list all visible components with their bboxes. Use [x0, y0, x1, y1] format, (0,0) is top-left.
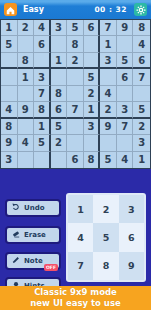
note-label: Note: [24, 257, 43, 265]
numpad-key-1[interactable]: 1: [68, 195, 93, 223]
sudoku-board: 1243567985681481235613567782449867123581…: [0, 19, 151, 169]
cell-r4c2[interactable]: 1: [18, 69, 35, 85]
cell-r4c4[interactable]: [51, 69, 68, 85]
cell-r2c5[interactable]: 8: [67, 36, 84, 52]
cell-r6c7[interactable]: 2: [100, 102, 117, 118]
gear-icon: [136, 0, 146, 19]
promo-banner[interactable]: Classic 9x9 mode new UI easy to use: [0, 286, 151, 310]
cell-r8c4[interactable]: 2: [51, 135, 68, 151]
cell-r3c1[interactable]: [1, 53, 18, 69]
cell-r1c2[interactable]: 2: [18, 20, 35, 36]
cell-r7c8[interactable]: 7: [117, 119, 134, 135]
cell-r1c7[interactable]: 7: [100, 20, 117, 36]
cell-r2c1[interactable]: 5: [1, 36, 18, 52]
cell-r7c7[interactable]: 9: [100, 119, 117, 135]
cell-r8c7[interactable]: [100, 135, 117, 151]
cell-r4c5[interactable]: [67, 69, 84, 85]
cell-r1c6[interactable]: 6: [84, 20, 101, 36]
timer: 00 : 32: [94, 5, 127, 14]
numpad-key-2[interactable]: 2: [93, 195, 118, 223]
cell-r9c7[interactable]: 5: [100, 152, 117, 168]
cell-r6c4[interactable]: 6: [51, 102, 68, 118]
cell-r9c9[interactable]: 1: [133, 152, 150, 168]
cell-r1c8[interactable]: 9: [117, 20, 134, 36]
promo-banner-line1: Classic 9x9 mode: [34, 287, 117, 298]
difficulty-label: Easy: [23, 5, 44, 14]
cell-r9c3[interactable]: [34, 152, 51, 168]
cell-r7c2[interactable]: [18, 119, 35, 135]
cell-r6c3[interactable]: 8: [34, 102, 51, 118]
pencil-icon: [12, 256, 20, 266]
cell-r9c8[interactable]: 4: [117, 152, 134, 168]
cell-r3c7[interactable]: 3: [100, 53, 117, 69]
cell-r5c4[interactable]: 8: [51, 86, 68, 102]
cell-r6c5[interactable]: 7: [67, 102, 84, 118]
promo-banner-line2: new UI easy to use: [30, 298, 120, 309]
cell-r1c9[interactable]: 8: [133, 20, 150, 36]
numpad-key-8[interactable]: 8: [93, 252, 118, 280]
cell-r8c3[interactable]: 5: [34, 135, 51, 151]
cell-r2c3[interactable]: 6: [34, 36, 51, 52]
cell-r5c5[interactable]: [67, 86, 84, 102]
cell-r5c3[interactable]: 7: [34, 86, 51, 102]
cell-r2c7[interactable]: 1: [100, 36, 117, 52]
cell-r9c6[interactable]: 8: [84, 152, 101, 168]
numpad-key-5[interactable]: 5: [93, 223, 118, 251]
cell-r9c5[interactable]: 6: [67, 152, 84, 168]
sudoku-app-screen: Easy 00 : 32 124356798568148123561356778…: [0, 0, 151, 310]
erase-button[interactable]: Erase: [5, 226, 61, 244]
cell-r4c8[interactable]: 6: [117, 69, 134, 85]
cell-r2c6[interactable]: [84, 36, 101, 52]
cell-r4c9[interactable]: 7: [133, 69, 150, 85]
settings-button[interactable]: [134, 3, 147, 16]
cell-r6c1[interactable]: 4: [1, 102, 18, 118]
cell-r3c8[interactable]: 5: [117, 53, 134, 69]
cell-r7c1[interactable]: 8: [1, 119, 18, 135]
cell-r5c8[interactable]: [117, 86, 134, 102]
undo-label: Undo: [24, 204, 45, 212]
cell-r7c9[interactable]: 2: [133, 119, 150, 135]
cell-r1c3[interactable]: 4: [34, 20, 51, 36]
undo-button[interactable]: Undo: [5, 199, 61, 217]
cell-r5c6[interactable]: 2: [84, 86, 101, 102]
cell-r9c4[interactable]: [51, 152, 68, 168]
cell-r8c8[interactable]: [117, 135, 134, 151]
numpad-key-9[interactable]: 9: [119, 252, 144, 280]
numpad-key-6[interactable]: 6: [119, 223, 144, 251]
numpad-key-7[interactable]: 7: [68, 252, 93, 280]
numpad-key-3[interactable]: 3: [119, 195, 144, 223]
note-button[interactable]: Note OFF: [5, 252, 61, 270]
cell-r4c6[interactable]: 5: [84, 69, 101, 85]
cell-r7c6[interactable]: 3: [84, 119, 101, 135]
cell-r1c4[interactable]: 3: [51, 20, 68, 36]
cell-r2c9[interactable]: 4: [133, 36, 150, 52]
cell-r5c2[interactable]: [18, 86, 35, 102]
top-bar: Easy 00 : 32: [0, 0, 151, 19]
cell-r4c3[interactable]: 3: [34, 69, 51, 85]
cell-r9c2[interactable]: [18, 152, 35, 168]
cell-r4c1[interactable]: [1, 69, 18, 85]
cell-r3c4[interactable]: 1: [51, 53, 68, 69]
home-icon: [6, 0, 15, 19]
cell-r5c9[interactable]: [133, 86, 150, 102]
cell-r2c2[interactable]: [18, 36, 35, 52]
cell-r8c2[interactable]: 4: [18, 135, 35, 151]
cell-r5c7[interactable]: 4: [100, 86, 117, 102]
note-off-badge: OFF: [44, 264, 58, 271]
cell-r3c9[interactable]: 6: [133, 53, 150, 69]
cell-r6c9[interactable]: 5: [133, 102, 150, 118]
numpad-key-4[interactable]: 4: [68, 223, 93, 251]
cell-r7c5[interactable]: [67, 119, 84, 135]
cell-r2c8[interactable]: [117, 36, 134, 52]
cell-r1c1[interactable]: 1: [1, 20, 18, 36]
cell-r8c5[interactable]: [67, 135, 84, 151]
number-pad: 123456789: [66, 193, 146, 282]
cell-r3c5[interactable]: 2: [67, 53, 84, 69]
cell-r7c4[interactable]: 5: [51, 119, 68, 135]
cell-r4c7[interactable]: [100, 69, 117, 85]
cell-r6c6[interactable]: 1: [84, 102, 101, 118]
cell-r1c5[interactable]: 5: [67, 20, 84, 36]
undo-icon: [12, 203, 20, 213]
cell-r7c3[interactable]: 1: [34, 119, 51, 135]
cell-r5c1[interactable]: [1, 86, 18, 102]
cell-r6c2[interactable]: 9: [18, 102, 35, 118]
erase-label: Erase: [24, 231, 46, 239]
eraser-icon: [12, 230, 20, 240]
cell-r9c1[interactable]: 3: [1, 152, 18, 168]
cell-r3c2[interactable]: 8: [18, 53, 35, 69]
cell-r8c9[interactable]: 3: [133, 135, 150, 151]
home-button[interactable]: [4, 3, 17, 16]
cell-r3c6[interactable]: [84, 53, 101, 69]
cell-r6c8[interactable]: 3: [117, 102, 134, 118]
cell-r2c4[interactable]: [51, 36, 68, 52]
cell-r8c1[interactable]: 9: [1, 135, 18, 151]
cell-r3c3[interactable]: [34, 53, 51, 69]
cell-r8c6[interactable]: [84, 135, 101, 151]
